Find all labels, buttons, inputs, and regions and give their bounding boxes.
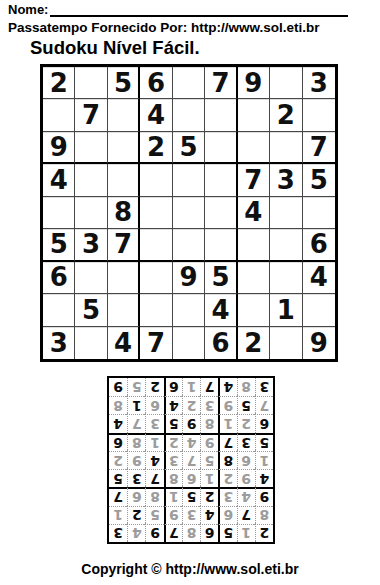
puzzle-cell-r3c9: 7	[303, 132, 335, 164]
puzzle-cell-r6c7[interactable]	[238, 229, 270, 261]
puzzle-cell-r9c1: 3	[43, 327, 75, 359]
puzzle-cell-r4c7: 7	[238, 164, 270, 196]
puzzle-cell-r3c8[interactable]	[270, 132, 302, 164]
puzzle-cell-r8c2: 5	[75, 294, 107, 326]
solution-cell-r4c1: 4	[255, 469, 273, 487]
puzzle-cell-r8c7[interactable]	[238, 294, 270, 326]
puzzle-cell-r7c9: 4	[303, 262, 335, 294]
puzzle-cell-r3c3[interactable]	[108, 132, 140, 164]
puzzle-cell-r3c7[interactable]	[238, 132, 270, 164]
solution-cell-r5c1: 1	[255, 451, 273, 469]
solution-cell-r6c5: 4	[182, 433, 200, 451]
puzzle-cell-r5c9[interactable]	[303, 197, 335, 229]
puzzle-cell-r3c6[interactable]	[205, 132, 237, 164]
solution-cell-r6c8: 8	[127, 433, 145, 451]
puzzle-cell-r4c6[interactable]	[205, 164, 237, 196]
solution-cell-r2c9: 1	[109, 506, 127, 524]
solution-cell-r6c3: 7	[218, 433, 236, 451]
puzzle-cell-r5c3: 8	[108, 197, 140, 229]
puzzle-cell-r7c1: 6	[43, 262, 75, 294]
puzzle-cell-r7c5: 9	[173, 262, 205, 294]
solution-cell-r6c7: 1	[145, 433, 163, 451]
solution-cell-r7c8: 7	[127, 414, 145, 432]
puzzle-cell-r8c6: 4	[205, 294, 237, 326]
puzzle-cell-r8c3[interactable]	[108, 294, 140, 326]
solution-cell-r1c8: 4	[127, 524, 145, 542]
solution-cell-r1c1: 2	[255, 524, 273, 542]
solution-cell-r4c4: 1	[200, 469, 218, 487]
puzzle-cell-r2c8: 2	[270, 99, 302, 131]
puzzle-cell-r6c2: 3	[75, 229, 107, 261]
solution-cell-r9c6: 6	[164, 378, 182, 396]
solution-cell-r8c2: 5	[237, 396, 255, 414]
puzzle-cell-r9c7: 2	[238, 327, 270, 359]
puzzle-cell-r9c3: 4	[108, 327, 140, 359]
solution-cell-r7c3: 1	[218, 414, 236, 432]
puzzle-cell-r7c8[interactable]	[270, 262, 302, 294]
solution-cell-r3c9: 7	[109, 487, 127, 505]
puzzle-cell-r9c9: 9	[303, 327, 335, 359]
solution-cell-r4c9: 5	[109, 469, 127, 487]
puzzle-cell-r6c1: 5	[43, 229, 75, 261]
puzzle-cell-r2c5[interactable]	[173, 99, 205, 131]
solution-cell-r3c7: 8	[145, 487, 163, 505]
copyright-text: Copyright © http://www.sol.eti.br	[0, 561, 380, 577]
puzzle-cell-r7c4[interactable]	[140, 262, 172, 294]
page-title: Sudoku Nível Fácil.	[30, 38, 200, 58]
solution-cell-r7c4: 8	[200, 414, 218, 432]
puzzle-cell-r2c9[interactable]	[303, 99, 335, 131]
solution-cell-r4c7: 7	[145, 469, 163, 487]
solution-cell-r2c5: 3	[182, 506, 200, 524]
solution-cell-r2c8: 2	[127, 506, 145, 524]
solution-cell-r5c6: 3	[164, 451, 182, 469]
puzzle-cell-r9c5[interactable]	[173, 327, 205, 359]
puzzle-cell-r1c3: 5	[108, 67, 140, 99]
solution-cell-r1c7: 9	[145, 524, 163, 542]
solution-cell-r7c1: 6	[255, 414, 273, 432]
puzzle-cell-r7c7[interactable]	[238, 262, 270, 294]
puzzle-cell-r4c3[interactable]	[108, 164, 140, 196]
puzzle-cell-r3c5: 5	[173, 132, 205, 164]
puzzle-cell-r4c5[interactable]	[173, 164, 205, 196]
solution-cell-r2c7: 5	[145, 506, 163, 524]
puzzle-cell-r7c3[interactable]	[108, 262, 140, 294]
solution-cell-r2c4: 4	[200, 506, 218, 524]
solution-cell-r6c2: 3	[237, 433, 255, 451]
solution-cell-r6c4: 9	[200, 433, 218, 451]
puzzle-cell-r4c2[interactable]	[75, 164, 107, 196]
solution-cell-r9c4: 7	[200, 378, 218, 396]
solution-cell-r3c8: 6	[127, 487, 145, 505]
solution-cell-r8c5: 2	[182, 396, 200, 414]
puzzle-cell-r7c6: 5	[205, 262, 237, 294]
puzzle-cell-r9c4: 7	[140, 327, 172, 359]
solution-cell-r3c3: 3	[218, 487, 236, 505]
puzzle-cell-r1c4: 6	[140, 67, 172, 99]
puzzle-cell-r8c1[interactable]	[43, 294, 75, 326]
puzzle-cell-r1c9: 3	[303, 67, 335, 99]
puzzle-cell-r5c6[interactable]	[205, 197, 237, 229]
puzzle-cell-r8c5[interactable]	[173, 294, 205, 326]
solution-cell-r5c8: 9	[127, 451, 145, 469]
solution-cell-r7c2: 2	[237, 414, 255, 432]
puzzle-cell-r5c7: 4	[238, 197, 270, 229]
solution-cell-r8c1: 7	[255, 396, 273, 414]
puzzle-cell-r2c4: 4	[140, 99, 172, 131]
solution-cell-r4c6: 8	[164, 469, 182, 487]
puzzle-cell-r5c4[interactable]	[140, 197, 172, 229]
puzzle-cell-r5c8[interactable]	[270, 197, 302, 229]
puzzle-cell-r4c4[interactable]	[140, 164, 172, 196]
puzzle-board: 256793742925747358453766954541347629	[40, 64, 338, 362]
solution-cell-r1c3: 5	[218, 524, 236, 542]
puzzle-cell-r6c6[interactable]	[205, 229, 237, 261]
solution-cell-r8c9: 8	[109, 396, 127, 414]
solution-cell-r5c3: 8	[218, 451, 236, 469]
solution-cell-r1c9: 3	[109, 524, 127, 542]
puzzle-cell-r4c8: 3	[270, 164, 302, 196]
name-field-row: Nome:	[8, 3, 348, 17]
puzzle-cell-r6c4[interactable]	[140, 229, 172, 261]
puzzle-cell-r6c5[interactable]	[173, 229, 205, 261]
puzzle-cell-r9c2[interactable]	[75, 327, 107, 359]
puzzle-cell-r1c7: 9	[238, 67, 270, 99]
puzzle-cell-r2c1[interactable]	[43, 99, 75, 131]
puzzle-cell-r8c9[interactable]	[303, 294, 335, 326]
solution-cell-r5c4: 5	[200, 451, 218, 469]
solution-cell-r3c6: 1	[164, 487, 182, 505]
solution-cell-r3c4: 2	[200, 487, 218, 505]
name-label: Nome:	[8, 3, 48, 17]
solution-cell-r9c3: 4	[218, 378, 236, 396]
puzzle-cell-r2c6[interactable]	[205, 99, 237, 131]
solution-cell-r8c7: 6	[145, 396, 163, 414]
solution-cell-r2c6: 9	[164, 506, 182, 524]
puzzle-cell-r3c4: 2	[140, 132, 172, 164]
puzzle-cell-r9c6: 6	[205, 327, 237, 359]
solution-cell-r3c2: 4	[237, 487, 255, 505]
solution-cell-r8c8: 1	[127, 396, 145, 414]
solution-cell-r3c1: 9	[255, 487, 273, 505]
solution-cell-r7c5: 9	[182, 414, 200, 432]
solution-cell-r6c1: 5	[255, 433, 273, 451]
solution-board: 2156879438764395219432518674921687351685…	[107, 376, 275, 544]
solution-cell-r2c2: 7	[237, 506, 255, 524]
puzzle-cell-r1c2[interactable]	[75, 67, 107, 99]
puzzle-cell-r3c2[interactable]	[75, 132, 107, 164]
puzzle-cell-r5c5[interactable]	[173, 197, 205, 229]
puzzle-cell-r8c4[interactable]	[140, 294, 172, 326]
puzzle-cell-r6c3: 7	[108, 229, 140, 261]
solution-cell-r7c9: 4	[109, 414, 127, 432]
solution-cell-r2c1: 8	[255, 506, 273, 524]
puzzle-cell-r1c5[interactable]	[173, 67, 205, 99]
solution-cell-r5c5: 7	[182, 451, 200, 469]
solution-cell-r4c5: 6	[182, 469, 200, 487]
puzzle-cell-r1c6: 7	[205, 67, 237, 99]
puzzle-cell-r6c9: 6	[303, 229, 335, 261]
solution-cell-r7c6: 5	[164, 414, 182, 432]
solution-cell-r4c2: 9	[237, 469, 255, 487]
solution-cell-r5c9: 2	[109, 451, 127, 469]
solution-cell-r9c8: 5	[127, 378, 145, 396]
puzzle-cell-r8c8: 1	[270, 294, 302, 326]
puzzle-cell-r9c8[interactable]	[270, 327, 302, 359]
solution-cell-r8c6: 4	[164, 396, 182, 414]
puzzle-cell-r6c8[interactable]	[270, 229, 302, 261]
puzzle-cell-r2c3[interactable]	[108, 99, 140, 131]
puzzle-cell-r2c7[interactable]	[238, 99, 270, 131]
solution-cell-r2c3: 6	[218, 506, 236, 524]
provided-by-text: Passatempo Fornecido Por: http://www.sol…	[8, 20, 372, 35]
solution-cell-r6c9: 6	[109, 433, 127, 451]
solution-cell-r9c7: 2	[145, 378, 163, 396]
name-blank-line[interactable]	[50, 3, 348, 17]
solution-cell-r5c7: 4	[145, 451, 163, 469]
puzzle-cell-r7c2[interactable]	[75, 262, 107, 294]
puzzle-cell-r2c2: 7	[75, 99, 107, 131]
solution-cell-r8c4: 3	[200, 396, 218, 414]
puzzle-cell-r5c2[interactable]	[75, 197, 107, 229]
solution-cell-r4c8: 3	[127, 469, 145, 487]
solution-cell-r1c2: 1	[237, 524, 255, 542]
solution-cell-r4c3: 2	[218, 469, 236, 487]
puzzle-cell-r1c1: 2	[43, 67, 75, 99]
solution-cell-r3c5: 5	[182, 487, 200, 505]
puzzle-cell-r5c1[interactable]	[43, 197, 75, 229]
solution-cell-r1c6: 7	[164, 524, 182, 542]
solution-cell-r7c7: 3	[145, 414, 163, 432]
solution-cell-r1c4: 6	[200, 524, 218, 542]
solution-cell-r9c5: 1	[182, 378, 200, 396]
solution-cell-r8c3: 9	[218, 396, 236, 414]
solution-cell-r9c2: 8	[237, 378, 255, 396]
solution-cell-r9c1: 3	[255, 378, 273, 396]
puzzle-cell-r4c1: 4	[43, 164, 75, 196]
solution-cell-r1c5: 8	[182, 524, 200, 542]
solution-cell-r9c9: 9	[109, 378, 127, 396]
solution-cell-r6c6: 2	[164, 433, 182, 451]
puzzle-cell-r1c8[interactable]	[270, 67, 302, 99]
puzzle-cell-r3c1: 9	[43, 132, 75, 164]
puzzle-cell-r4c9: 5	[303, 164, 335, 196]
solution-cell-r5c2: 6	[237, 451, 255, 469]
